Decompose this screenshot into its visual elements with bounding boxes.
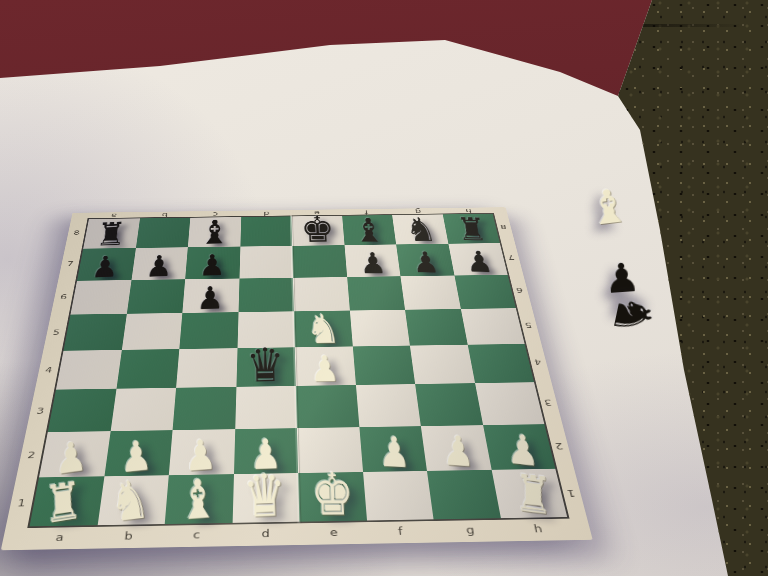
square-b5 — [121, 313, 182, 350]
vinyl-chessboard: ♜♝♚♝♞♜♟♟♟♟♟♟♟♞♛♟♟♟♟♟♟♟♟♜♞♝♛♚♜ aabbccddee… — [1, 207, 593, 550]
rank-label-right-2: 2 — [554, 441, 564, 450]
rank-label-right-3: 3 — [543, 398, 553, 407]
black-queen-d4: ♛ — [246, 344, 285, 388]
square-c3 — [173, 387, 236, 430]
white-knight-e5: ♞ — [306, 311, 341, 348]
square-g4 — [410, 345, 475, 384]
file-label-top-d: d — [263, 211, 269, 217]
square-b4 — [116, 349, 179, 389]
square-h8: ♜ — [442, 214, 499, 244]
square-d8 — [240, 216, 292, 246]
rank-label-left-2: 2 — [27, 450, 37, 460]
square-a3 — [48, 389, 116, 432]
file-label-bottom-e: e — [330, 527, 338, 538]
black-bishop-c8: ♝ — [198, 217, 230, 248]
square-d1: ♛ — [232, 473, 299, 523]
square-f8: ♝ — [342, 215, 396, 245]
square-g6 — [400, 275, 460, 309]
square-f4 — [352, 346, 415, 386]
square-d7 — [239, 246, 293, 278]
white-pawn-g2: ♟ — [442, 432, 475, 472]
board-grid: ♜♝♚♝♞♜♟♟♟♟♟♟♟♞♛♟♟♟♟♟♟♟♟♜♞♝♛♚♜ — [27, 213, 569, 528]
black-rook-a8: ♜ — [94, 219, 126, 249]
black-pawn-g7: ♟ — [412, 249, 441, 276]
rank-label-right-1: 1 — [566, 488, 576, 498]
captured-white-bishop: ♝ — [585, 182, 632, 233]
rank-label-right-6: 6 — [515, 287, 523, 294]
square-g1 — [427, 470, 500, 520]
square-g2: ♟ — [421, 425, 491, 471]
black-pawn-b7: ♟ — [145, 252, 173, 280]
square-a8: ♜ — [83, 218, 139, 248]
rank-label-right-5: 5 — [524, 321, 533, 329]
square-f2: ♟ — [359, 426, 427, 472]
black-pawn-h7: ♟ — [465, 248, 495, 275]
black-bishop-f8: ♝ — [353, 215, 386, 245]
square-a1: ♜ — [30, 476, 104, 526]
file-label-top-h: h — [465, 208, 472, 214]
file-label-top-c: c — [212, 211, 218, 217]
white-bishop-c1: ♝ — [177, 473, 218, 526]
rank-label-left-8: 8 — [73, 230, 80, 236]
square-b3 — [110, 388, 176, 431]
square-g5 — [405, 309, 467, 346]
square-f1 — [363, 471, 434, 521]
square-b6 — [126, 279, 185, 314]
photo-of-chess-game: ♜♝♚♝♞♜♟♟♟♟♟♟♟♞♛♟♟♟♟♟♟♟♟♜♞♝♛♚♜ aabbccddee… — [0, 0, 768, 576]
square-b7: ♟ — [131, 247, 188, 279]
square-g8: ♞ — [392, 214, 448, 244]
square-c5 — [179, 312, 238, 349]
white-king-e1: ♚ — [311, 468, 355, 522]
square-e5: ♞ — [294, 310, 353, 347]
square-f6 — [347, 276, 405, 310]
rank-label-left-7: 7 — [66, 260, 74, 267]
file-label-bottom-a: a — [55, 532, 65, 543]
square-c8: ♝ — [188, 217, 241, 247]
square-e8: ♚ — [291, 216, 344, 246]
white-rook-a1: ♜ — [43, 477, 84, 530]
square-f5 — [349, 310, 409, 347]
square-a6 — [70, 280, 131, 315]
square-e1: ♚ — [298, 472, 366, 522]
square-h7: ♟ — [448, 243, 508, 275]
square-e7 — [292, 245, 347, 277]
rank-label-left-5: 5 — [52, 328, 60, 336]
square-h5 — [460, 308, 524, 345]
file-label-top-g: g — [414, 209, 421, 215]
file-label-bottom-b: b — [124, 530, 133, 541]
square-c4 — [176, 348, 237, 388]
square-c6: ♟ — [182, 278, 239, 313]
square-f7: ♟ — [344, 245, 400, 277]
white-rook-h1: ♜ — [514, 469, 553, 521]
file-label-top-e: e — [314, 210, 320, 216]
black-rook-h8: ♜ — [455, 215, 489, 244]
square-h1: ♜ — [491, 469, 567, 519]
file-label-bottom-c: c — [193, 529, 201, 540]
square-h4 — [467, 344, 534, 383]
white-pawn-e4: ♟ — [310, 353, 340, 386]
black-pawn-a7: ♟ — [91, 253, 119, 281]
rank-label-right-8: 8 — [500, 224, 508, 230]
file-label-top-b: b — [161, 212, 168, 218]
white-knight-b1: ♞ — [110, 474, 152, 528]
square-a5 — [63, 314, 126, 351]
square-a4 — [56, 350, 122, 390]
square-f3 — [356, 384, 421, 427]
white-pawn-f2: ♟ — [378, 433, 411, 472]
file-label-bottom-f: f — [397, 526, 403, 537]
rank-label-right-4: 4 — [533, 358, 542, 366]
file-label-bottom-d: d — [262, 528, 270, 539]
rank-label-left-4: 4 — [44, 366, 53, 374]
white-queen-d1: ♛ — [243, 468, 288, 524]
rank-label-right-7: 7 — [507, 254, 515, 261]
square-b8 — [136, 218, 191, 248]
square-g7: ♟ — [396, 244, 454, 276]
black-pawn-c6: ♟ — [196, 284, 224, 314]
square-d6 — [238, 278, 294, 313]
square-a7: ♟ — [77, 248, 135, 280]
black-knight-g8: ♞ — [404, 215, 438, 245]
square-h6 — [454, 275, 516, 309]
black-pawn-f7: ♟ — [359, 250, 387, 277]
square-g3 — [415, 383, 482, 426]
square-b1: ♞ — [97, 475, 169, 525]
square-h3 — [475, 382, 545, 424]
rank-label-left-1: 1 — [17, 497, 27, 507]
black-king-e8: ♚ — [300, 213, 335, 246]
file-label-top-f: f — [364, 209, 368, 215]
square-d4: ♛ — [236, 347, 296, 387]
rank-label-left-3: 3 — [36, 406, 45, 415]
square-d3 — [235, 386, 297, 429]
file-label-bottom-g: g — [465, 524, 475, 535]
square-c1: ♝ — [165, 474, 234, 524]
black-pawn-c7: ♟ — [199, 252, 226, 280]
file-label-top-a: a — [110, 213, 117, 219]
square-e4: ♟ — [295, 346, 356, 386]
square-e3 — [296, 385, 359, 428]
square-c7: ♟ — [185, 247, 240, 279]
rank-label-left-6: 6 — [60, 293, 68, 300]
